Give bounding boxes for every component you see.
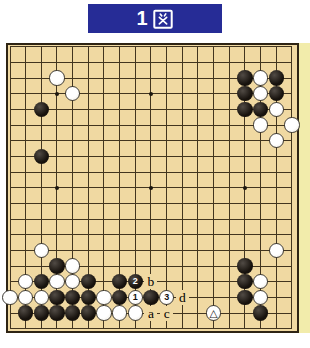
black-stone bbox=[253, 102, 268, 117]
white-stone bbox=[269, 243, 284, 258]
white-stone bbox=[253, 274, 268, 289]
point-letter: c bbox=[160, 306, 173, 321]
black-stone bbox=[143, 290, 158, 305]
grid-line bbox=[197, 46, 198, 329]
star-point bbox=[149, 92, 153, 96]
point-letter: b bbox=[144, 274, 157, 289]
move-number: 3 bbox=[164, 293, 169, 302]
triangle-marker: △ bbox=[210, 308, 218, 319]
black-stone bbox=[49, 258, 64, 273]
black-stone bbox=[237, 86, 252, 101]
white-stone bbox=[96, 305, 111, 320]
white-stone bbox=[18, 290, 33, 305]
white-stone bbox=[34, 290, 49, 305]
white-stone bbox=[49, 274, 64, 289]
black-stone bbox=[269, 86, 284, 101]
white-stone bbox=[112, 305, 127, 320]
white-stone bbox=[253, 117, 268, 132]
grid-line bbox=[10, 328, 293, 329]
board-overlay: bdac213△ bbox=[0, 0, 310, 348]
grid-line bbox=[182, 46, 183, 329]
point-letter: a bbox=[144, 306, 157, 321]
black-stone bbox=[18, 305, 33, 320]
black-stone bbox=[112, 274, 127, 289]
black-stone bbox=[237, 258, 252, 273]
black-stone bbox=[65, 305, 80, 320]
white-stone bbox=[269, 102, 284, 117]
black-stone bbox=[34, 305, 49, 320]
black-stone bbox=[237, 290, 252, 305]
white-stone bbox=[18, 274, 33, 289]
star-point bbox=[149, 186, 153, 190]
white-stone bbox=[65, 258, 80, 273]
grid-line bbox=[10, 234, 293, 235]
black-stone bbox=[253, 305, 268, 320]
black-stone bbox=[81, 290, 96, 305]
white-stone: 3 bbox=[159, 290, 174, 305]
black-stone: 2 bbox=[128, 274, 143, 289]
white-stone bbox=[128, 305, 143, 320]
black-stone bbox=[81, 305, 96, 320]
white-stone bbox=[253, 86, 268, 101]
white-stone bbox=[34, 243, 49, 258]
black-stone bbox=[237, 70, 252, 85]
white-stone bbox=[65, 86, 80, 101]
move-number: 1 bbox=[133, 293, 138, 302]
grid-line bbox=[166, 46, 167, 329]
move-number: 2 bbox=[133, 277, 138, 286]
black-stone bbox=[269, 70, 284, 85]
white-stone bbox=[253, 290, 268, 305]
point-letter: d bbox=[176, 290, 189, 305]
black-stone bbox=[81, 274, 96, 289]
grid-line bbox=[291, 46, 292, 329]
black-stone bbox=[49, 305, 64, 320]
black-stone bbox=[237, 102, 252, 117]
grid-line bbox=[229, 46, 230, 329]
black-stone bbox=[34, 102, 49, 117]
grid-line bbox=[10, 203, 293, 204]
white-stone bbox=[253, 70, 268, 85]
white-stone bbox=[65, 274, 80, 289]
black-stone bbox=[65, 290, 80, 305]
white-stone bbox=[269, 133, 284, 148]
white-stone bbox=[284, 117, 299, 132]
white-stone bbox=[96, 290, 111, 305]
white-stone: △ bbox=[206, 305, 221, 320]
star-point bbox=[55, 186, 59, 190]
page: 1 bdac213△ bbox=[0, 0, 310, 348]
white-stone bbox=[49, 70, 64, 85]
star-point bbox=[243, 186, 247, 190]
black-stone bbox=[112, 290, 127, 305]
grid-line bbox=[213, 46, 214, 329]
white-stone: 1 bbox=[128, 290, 143, 305]
black-stone bbox=[34, 274, 49, 289]
black-stone bbox=[49, 290, 64, 305]
star-point bbox=[55, 92, 59, 96]
black-stone bbox=[237, 274, 252, 289]
black-stone bbox=[34, 149, 49, 164]
white-stone bbox=[2, 290, 17, 305]
grid-line bbox=[10, 219, 293, 220]
grid-line bbox=[10, 250, 293, 251]
